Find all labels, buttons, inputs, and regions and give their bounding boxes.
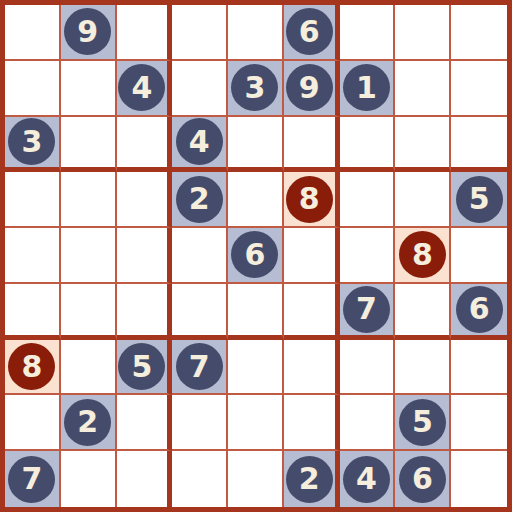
cell-r6c9[interactable]: 6 (451, 284, 507, 340)
cell-r5c6[interactable] (284, 228, 340, 284)
cell-r9c6[interactable]: 2 (284, 451, 340, 507)
cell-r8c1[interactable] (5, 395, 61, 451)
cell-r7c8[interactable] (395, 340, 451, 396)
cell-r2c4[interactable] (172, 61, 228, 117)
given-circle: 6 (399, 456, 446, 503)
cell-r2c7[interactable]: 1 (340, 61, 396, 117)
cell-r4c5[interactable] (228, 172, 284, 228)
cell-r9c4[interactable] (172, 451, 228, 507)
cell-r9c1[interactable]: 7 (5, 451, 61, 507)
cell-r5c5[interactable]: 6 (228, 228, 284, 284)
cell-r2c1[interactable] (5, 61, 61, 117)
cell-r3c5[interactable] (228, 117, 284, 173)
cell-r9c9[interactable] (451, 451, 507, 507)
given-circle: 7 (8, 456, 55, 503)
cell-r5c2[interactable] (61, 228, 117, 284)
given-circle: 4 (343, 456, 390, 503)
cell-r1c2[interactable]: 9 (61, 5, 117, 61)
given-circle: 9 (64, 8, 111, 55)
cell-r8c6[interactable] (284, 395, 340, 451)
cell-r4c9[interactable]: 5 (451, 172, 507, 228)
cell-r1c9[interactable] (451, 5, 507, 61)
highlighted-given-circle: 8 (8, 343, 55, 390)
cell-r2c3[interactable]: 4 (117, 61, 173, 117)
cell-r4c1[interactable] (5, 172, 61, 228)
cell-r1c8[interactable] (395, 5, 451, 61)
given-circle: 7 (343, 286, 390, 333)
cell-r3c1[interactable]: 3 (5, 117, 61, 173)
cell-r7c9[interactable] (451, 340, 507, 396)
given-circle: 2 (176, 176, 223, 223)
cell-r3c2[interactable] (61, 117, 117, 173)
cell-r9c7[interactable]: 4 (340, 451, 396, 507)
cell-r4c8[interactable] (395, 172, 451, 228)
cell-r6c6[interactable] (284, 284, 340, 340)
given-circle: 6 (456, 286, 503, 333)
cell-r6c1[interactable] (5, 284, 61, 340)
cell-r7c2[interactable] (61, 340, 117, 396)
cell-r9c2[interactable] (61, 451, 117, 507)
cell-r5c8[interactable]: 8 (395, 228, 451, 284)
cell-r9c3[interactable] (117, 451, 173, 507)
cell-r6c2[interactable] (61, 284, 117, 340)
cell-r7c4[interactable]: 7 (172, 340, 228, 396)
cell-r5c3[interactable] (117, 228, 173, 284)
cell-r8c3[interactable] (117, 395, 173, 451)
cell-r4c4[interactable]: 2 (172, 172, 228, 228)
cell-r5c4[interactable] (172, 228, 228, 284)
given-circle: 2 (64, 399, 111, 446)
cell-r5c1[interactable] (5, 228, 61, 284)
cell-r6c4[interactable] (172, 284, 228, 340)
cell-r4c7[interactable] (340, 172, 396, 228)
cell-r8c2[interactable]: 2 (61, 395, 117, 451)
cell-r6c8[interactable] (395, 284, 451, 340)
given-circle: 3 (8, 118, 55, 165)
cell-r1c5[interactable] (228, 5, 284, 61)
cell-r7c3[interactable]: 5 (117, 340, 173, 396)
cell-r8c9[interactable] (451, 395, 507, 451)
cell-r8c7[interactable] (340, 395, 396, 451)
given-circle: 4 (118, 64, 165, 111)
given-circle: 7 (176, 343, 223, 390)
cell-r8c5[interactable] (228, 395, 284, 451)
cell-r2c2[interactable] (61, 61, 117, 117)
cell-r7c1[interactable]: 8 (5, 340, 61, 396)
cell-r3c8[interactable] (395, 117, 451, 173)
cell-r5c9[interactable] (451, 228, 507, 284)
cell-r8c4[interactable] (172, 395, 228, 451)
given-circle: 6 (231, 231, 278, 278)
cell-r5c7[interactable] (340, 228, 396, 284)
cell-r4c3[interactable] (117, 172, 173, 228)
cell-r2c8[interactable] (395, 61, 451, 117)
cell-r1c7[interactable] (340, 5, 396, 61)
given-circle: 9 (286, 64, 333, 111)
cell-r6c7[interactable]: 7 (340, 284, 396, 340)
cell-r3c9[interactable] (451, 117, 507, 173)
given-circle: 2 (286, 456, 333, 503)
given-circle: 4 (176, 118, 223, 165)
given-circle: 6 (286, 8, 333, 55)
cell-r1c3[interactable] (117, 5, 173, 61)
cell-r1c1[interactable] (5, 5, 61, 61)
cell-r3c6[interactable] (284, 117, 340, 173)
highlighted-given-circle: 8 (286, 176, 333, 223)
cell-r3c3[interactable] (117, 117, 173, 173)
given-circle: 1 (343, 64, 390, 111)
cell-r8c8[interactable]: 5 (395, 395, 451, 451)
cell-r2c6[interactable]: 9 (284, 61, 340, 117)
given-circle: 5 (399, 399, 446, 446)
given-circle: 5 (118, 343, 165, 390)
cell-r4c2[interactable] (61, 172, 117, 228)
highlighted-given-circle: 8 (399, 231, 446, 278)
cell-r7c6[interactable] (284, 340, 340, 396)
sudoku-board: 964391342856876857257246 (0, 0, 512, 512)
cell-r2c9[interactable] (451, 61, 507, 117)
cell-r6c3[interactable] (117, 284, 173, 340)
cell-r1c4[interactable] (172, 5, 228, 61)
given-circle: 5 (456, 176, 503, 223)
cell-r3c7[interactable] (340, 117, 396, 173)
cell-r9c5[interactable] (228, 451, 284, 507)
cell-r2c5[interactable]: 3 (228, 61, 284, 117)
given-circle: 3 (231, 64, 278, 111)
cell-r3c4[interactable]: 4 (172, 117, 228, 173)
cell-r7c5[interactable] (228, 340, 284, 396)
cell-r9c8[interactable]: 6 (395, 451, 451, 507)
cell-r6c5[interactable] (228, 284, 284, 340)
cell-r4c6[interactable]: 8 (284, 172, 340, 228)
cell-r7c7[interactable] (340, 340, 396, 396)
cell-r1c6[interactable]: 6 (284, 5, 340, 61)
